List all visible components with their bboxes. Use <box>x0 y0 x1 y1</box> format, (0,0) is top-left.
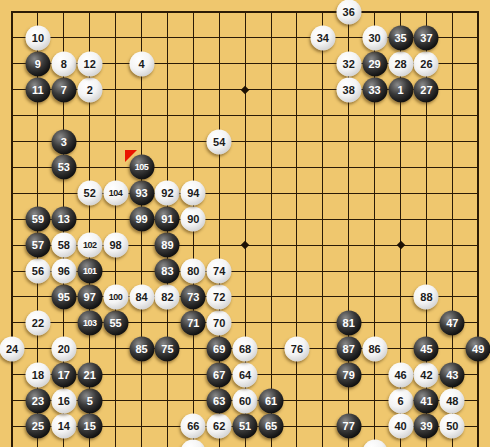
star-point <box>396 241 404 249</box>
stone-61[interactable]: 61 <box>259 388 284 413</box>
stone-number: 65 <box>265 421 277 432</box>
stone-14[interactable]: 14 <box>51 414 76 439</box>
stone-number: 22 <box>32 317 44 328</box>
stone-number: 14 <box>58 421 70 432</box>
grid-line-horizontal <box>11 11 479 13</box>
stone-51[interactable]: 51 <box>233 414 258 439</box>
stone-20[interactable]: 20 <box>51 336 76 361</box>
stone-42[interactable]: 42 <box>414 362 439 387</box>
star-point <box>241 85 249 93</box>
star-point <box>241 241 249 249</box>
stone-number: 39 <box>420 421 432 432</box>
stone-number: 20 <box>58 343 70 354</box>
stone-number: 98 <box>109 240 121 251</box>
stone-25[interactable]: 25 <box>25 414 50 439</box>
stone-number: 54 <box>213 136 225 147</box>
stone-number: 27 <box>420 84 432 95</box>
stone-27[interactable]: 27 <box>414 77 439 102</box>
stone-number: 21 <box>84 369 96 380</box>
stone-number: 2 <box>87 84 93 95</box>
stone-number: 67 <box>213 369 225 380</box>
stone-52[interactable]: 52 <box>77 181 102 206</box>
stone-37[interactable]: 37 <box>414 25 439 50</box>
stone-49[interactable]: 49 <box>466 336 490 361</box>
stone-number: 80 <box>187 266 199 277</box>
stone-number: 40 <box>394 421 406 432</box>
stone-84[interactable]: 84 <box>129 284 154 309</box>
grid-line-vertical <box>11 11 13 447</box>
stone-102[interactable]: 102 <box>77 233 102 258</box>
stone-number: 87 <box>343 343 355 354</box>
stone-number: 13 <box>58 214 70 225</box>
stone-number: 25 <box>32 421 44 432</box>
stone-63[interactable]: 63 <box>207 388 232 413</box>
stone-number: 36 <box>343 7 355 18</box>
stone-5[interactable]: 5 <box>77 388 102 413</box>
stone-number: 4 <box>138 58 144 69</box>
stone-75[interactable]: 75 <box>155 336 180 361</box>
stone-18[interactable]: 18 <box>25 362 50 387</box>
stone-40[interactable]: 40 <box>388 414 413 439</box>
stone-number: 88 <box>420 291 432 302</box>
stone-number: 57 <box>32 240 44 251</box>
stone-number: 82 <box>161 291 173 302</box>
stone-104[interactable]: 104 <box>103 181 128 206</box>
stone-number: 58 <box>58 240 70 251</box>
stone-number: 91 <box>161 214 173 225</box>
stone-number: 81 <box>343 317 355 328</box>
stone-67[interactable]: 67 <box>207 362 232 387</box>
stone-76[interactable]: 76 <box>284 336 309 361</box>
stone-number: 15 <box>84 421 96 432</box>
stone-62[interactable]: 62 <box>207 414 232 439</box>
stone-number: 69 <box>213 343 225 354</box>
stone-26[interactable]: 26 <box>414 51 439 76</box>
stone-58[interactable]: 58 <box>51 233 76 258</box>
stone-87[interactable]: 87 <box>336 336 361 361</box>
stone-number: 10 <box>32 32 44 43</box>
stone-number: 95 <box>58 291 70 302</box>
stone-number: 37 <box>420 32 432 43</box>
stone-number: 66 <box>187 421 199 432</box>
stone-22[interactable]: 22 <box>25 310 50 335</box>
stone-number: 34 <box>317 32 329 43</box>
stone-number: 43 <box>446 369 458 380</box>
stone-number: 84 <box>135 291 147 302</box>
stone-number: 70 <box>213 317 225 328</box>
stone-16[interactable]: 16 <box>51 388 76 413</box>
stone-number: 100 <box>109 292 123 301</box>
stone-1[interactable]: 1 <box>388 77 413 102</box>
stone-number: 99 <box>135 214 147 225</box>
stone-82[interactable]: 82 <box>155 284 180 309</box>
stone-number: 59 <box>32 214 44 225</box>
stone-number: 6 <box>397 395 403 406</box>
stone-number: 49 <box>472 343 484 354</box>
stone-number: 68 <box>239 343 251 354</box>
stone-partial[interactable] <box>362 440 387 447</box>
stone-number: 71 <box>187 317 199 328</box>
stone-number: 85 <box>135 343 147 354</box>
stone-24[interactable]: 24 <box>0 336 25 361</box>
stone-68[interactable]: 68 <box>233 336 258 361</box>
stone-number: 64 <box>239 369 251 380</box>
stone-55[interactable]: 55 <box>103 310 128 335</box>
stone-54[interactable]: 54 <box>207 129 232 154</box>
stone-69[interactable]: 69 <box>207 336 232 361</box>
stone-number: 63 <box>213 395 225 406</box>
stone-number: 17 <box>58 369 70 380</box>
stone-89[interactable]: 89 <box>155 233 180 258</box>
stone-number: 47 <box>446 317 458 328</box>
stone-number: 101 <box>83 267 97 276</box>
stone-number: 7 <box>61 84 67 95</box>
stone-number: 46 <box>394 369 406 380</box>
stone-number: 29 <box>368 58 380 69</box>
stone-number: 23 <box>32 395 44 406</box>
grid-line-horizontal <box>11 167 479 168</box>
stone-21[interactable]: 21 <box>77 362 102 387</box>
stone-60[interactable]: 60 <box>233 388 258 413</box>
stone-number: 89 <box>161 240 173 251</box>
go-board[interactable]: 1234567891011121314151617182021222324252… <box>0 0 490 447</box>
stone-57[interactable]: 57 <box>25 233 50 258</box>
stone-number: 3 <box>61 136 67 147</box>
stone-number: 11 <box>32 84 44 95</box>
stone-number: 32 <box>343 58 355 69</box>
stone-86[interactable]: 86 <box>362 336 387 361</box>
last-move-marker-icon <box>125 150 137 162</box>
grid-line-horizontal <box>11 141 479 142</box>
stone-56[interactable]: 56 <box>25 259 50 284</box>
stone-47[interactable]: 47 <box>440 310 465 335</box>
stone-number: 76 <box>291 343 303 354</box>
stone-3[interactable]: 3 <box>51 129 76 154</box>
stone-72[interactable]: 72 <box>207 284 232 309</box>
stone-80[interactable]: 80 <box>181 259 206 284</box>
grid-line-vertical <box>477 11 479 447</box>
stone-46[interactable]: 46 <box>388 362 413 387</box>
stone-85[interactable]: 85 <box>129 336 154 361</box>
stone-number: 5 <box>87 395 93 406</box>
stone-number: 51 <box>239 421 251 432</box>
stone-33[interactable]: 33 <box>362 77 387 102</box>
stone-number: 9 <box>35 58 41 69</box>
stone-38[interactable]: 38 <box>336 77 361 102</box>
stone-number: 74 <box>213 266 225 277</box>
stone-50[interactable]: 50 <box>440 414 465 439</box>
stone-4[interactable]: 4 <box>129 51 154 76</box>
stone-91[interactable]: 91 <box>155 207 180 232</box>
stone-39[interactable]: 39 <box>414 414 439 439</box>
stone-36[interactable]: 36 <box>336 0 361 25</box>
stone-101[interactable]: 101 <box>77 259 102 284</box>
stone-number: 41 <box>420 395 432 406</box>
stone-2[interactable]: 2 <box>77 77 102 102</box>
stone-number: 38 <box>343 84 355 95</box>
stone-partial[interactable] <box>181 440 206 447</box>
stone-number: 103 <box>83 318 97 327</box>
stone-number: 96 <box>58 266 70 277</box>
stone-number: 28 <box>394 58 406 69</box>
stone-88[interactable]: 88 <box>414 284 439 309</box>
stone-8[interactable]: 8 <box>51 51 76 76</box>
stone-number: 18 <box>32 369 44 380</box>
stone-10[interactable]: 10 <box>25 25 50 50</box>
stone-7[interactable]: 7 <box>51 77 76 102</box>
grid-line-horizontal <box>11 219 479 220</box>
stone-83[interactable]: 83 <box>155 259 180 284</box>
stone-number: 30 <box>368 32 380 43</box>
stone-92[interactable]: 92 <box>155 181 180 206</box>
stone-number: 45 <box>420 343 432 354</box>
stone-94[interactable]: 94 <box>181 181 206 206</box>
stone-30[interactable]: 30 <box>362 25 387 50</box>
stone-number: 52 <box>84 188 96 199</box>
stone-15[interactable]: 15 <box>77 414 102 439</box>
stone-64[interactable]: 64 <box>233 362 258 387</box>
stone-100[interactable]: 100 <box>103 284 128 309</box>
stone-number: 94 <box>187 188 199 199</box>
stone-number: 72 <box>213 291 225 302</box>
stone-73[interactable]: 73 <box>181 284 206 309</box>
stone-number: 16 <box>58 395 70 406</box>
stone-96[interactable]: 96 <box>51 259 76 284</box>
grid-line-vertical <box>296 11 297 447</box>
stone-number: 75 <box>161 343 173 354</box>
stone-45[interactable]: 45 <box>414 336 439 361</box>
stone-number: 105 <box>135 163 149 172</box>
stone-number: 73 <box>187 291 199 302</box>
stone-93[interactable]: 93 <box>129 181 154 206</box>
stone-number: 50 <box>446 421 458 432</box>
stone-number: 86 <box>368 343 380 354</box>
stone-99[interactable]: 99 <box>129 207 154 232</box>
stone-74[interactable]: 74 <box>207 259 232 284</box>
stone-81[interactable]: 81 <box>336 310 361 335</box>
stone-number: 83 <box>161 266 173 277</box>
stone-number: 1 <box>397 84 403 95</box>
stone-number: 8 <box>61 58 67 69</box>
grid-line-vertical <box>115 11 116 447</box>
grid-line-horizontal <box>11 115 479 116</box>
stone-32[interactable]: 32 <box>336 51 361 76</box>
stone-number: 93 <box>135 188 147 199</box>
stone-35[interactable]: 35 <box>388 25 413 50</box>
stone-29[interactable]: 29 <box>362 51 387 76</box>
stone-17[interactable]: 17 <box>51 362 76 387</box>
stone-65[interactable]: 65 <box>259 414 284 439</box>
stone-number: 90 <box>187 214 199 225</box>
stone-number: 77 <box>343 421 355 432</box>
stone-number: 62 <box>213 421 225 432</box>
stone-79[interactable]: 79 <box>336 362 361 387</box>
stone-number: 48 <box>446 395 458 406</box>
stone-number: 102 <box>83 241 97 250</box>
stone-59[interactable]: 59 <box>25 207 50 232</box>
stone-90[interactable]: 90 <box>181 207 206 232</box>
stone-34[interactable]: 34 <box>310 25 335 50</box>
stone-number: 97 <box>84 291 96 302</box>
grid-line-vertical <box>322 11 323 447</box>
stone-number: 33 <box>368 84 380 95</box>
stone-number: 104 <box>109 189 123 198</box>
stone-70[interactable]: 70 <box>207 310 232 335</box>
stone-103[interactable]: 103 <box>77 310 102 335</box>
stone-12[interactable]: 12 <box>77 51 102 76</box>
stone-97[interactable]: 97 <box>77 284 102 309</box>
stone-98[interactable]: 98 <box>103 233 128 258</box>
stone-number: 35 <box>394 32 406 43</box>
stone-53[interactable]: 53 <box>51 155 76 180</box>
stone-28[interactable]: 28 <box>388 51 413 76</box>
stone-number: 61 <box>265 395 277 406</box>
stone-13[interactable]: 13 <box>51 207 76 232</box>
stone-number: 26 <box>420 58 432 69</box>
stone-23[interactable]: 23 <box>25 388 50 413</box>
stone-number: 79 <box>343 369 355 380</box>
stone-number: 24 <box>6 343 18 354</box>
stone-41[interactable]: 41 <box>414 388 439 413</box>
stone-95[interactable]: 95 <box>51 284 76 309</box>
stone-number: 42 <box>420 369 432 380</box>
stone-48[interactable]: 48 <box>440 388 465 413</box>
stone-number: 92 <box>161 188 173 199</box>
stone-number: 60 <box>239 395 251 406</box>
stone-number: 55 <box>109 317 121 328</box>
stone-77[interactable]: 77 <box>336 414 361 439</box>
stone-11[interactable]: 11 <box>25 77 50 102</box>
stone-9[interactable]: 9 <box>25 51 50 76</box>
stone-number: 56 <box>32 266 44 277</box>
stone-43[interactable]: 43 <box>440 362 465 387</box>
stone-6[interactable]: 6 <box>388 388 413 413</box>
stone-number: 12 <box>84 58 96 69</box>
stone-number: 53 <box>58 162 70 173</box>
grid-line-vertical <box>271 11 272 447</box>
stone-71[interactable]: 71 <box>181 310 206 335</box>
stone-66[interactable]: 66 <box>181 414 206 439</box>
